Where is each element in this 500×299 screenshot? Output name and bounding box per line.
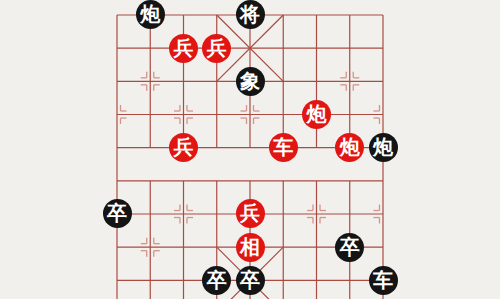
cell-red-pawn-c6: 兵 [167, 131, 200, 164]
cell-black-pawn-d2: 卒 [200, 264, 233, 297]
piece-red-rook-f6[interactable]: 车 [269, 133, 298, 162]
piece-black-elephant-e8[interactable]: 象 [236, 67, 265, 96]
xiangqi-diagram: 炮将兵兵象炮兵车炮炮卒兵相卒卒卒车 [0, 0, 500, 299]
cell-red-cannon-h6: 炮 [333, 131, 366, 164]
piece-red-pawn-c6[interactable]: 兵 [169, 133, 198, 162]
piece-red-pawn-e4[interactable]: 兵 [236, 199, 265, 228]
cell-red-rook-f6: 车 [267, 131, 300, 164]
piece-black-king-e10[interactable]: 将 [236, 0, 265, 29]
piece-black-pawn-d2[interactable]: 卒 [202, 266, 231, 295]
cell-red-pawn-c9: 兵 [167, 32, 200, 65]
cell-red-elephant-e3: 相 [233, 231, 266, 264]
cell-black-pawn-e2: 卒 [233, 264, 266, 297]
piece-black-rook-i2[interactable]: 车 [369, 266, 398, 295]
piece-black-pawn-a4[interactable]: 卒 [103, 199, 132, 228]
piece-red-cannon-h6[interactable]: 炮 [335, 133, 364, 162]
cell-black-elephant-e8: 象 [233, 65, 266, 98]
piece-red-cannon-g7[interactable]: 炮 [302, 100, 331, 129]
cell-black-king-e10: 将 [233, 0, 266, 32]
piece-black-pawn-h3[interactable]: 卒 [335, 233, 364, 262]
piece-black-pawn-e2[interactable]: 卒 [236, 266, 265, 295]
piece-black-cannon-i6[interactable]: 炮 [369, 133, 398, 162]
piece-red-elephant-e3[interactable]: 相 [236, 233, 265, 262]
cell-red-pawn-e4: 兵 [233, 197, 266, 230]
piece-black-cannon-b10[interactable]: 炮 [136, 0, 165, 29]
cell-black-pawn-a4: 卒 [100, 197, 133, 230]
piece-red-pawn-c9[interactable]: 兵 [169, 34, 198, 63]
cell-red-cannon-g7: 炮 [300, 98, 333, 131]
cell-black-cannon-b10: 炮 [134, 0, 167, 32]
cell-black-pawn-h3: 卒 [333, 231, 366, 264]
cell-red-pawn-d9: 兵 [200, 32, 233, 65]
cell-black-cannon-i6: 炮 [366, 131, 399, 164]
cell-black-rook-i2: 车 [366, 264, 399, 297]
piece-red-pawn-d9[interactable]: 兵 [202, 34, 231, 63]
xiangqi-board: 炮将兵兵象炮兵车炮炮卒兵相卒卒卒车 [100, 0, 399, 299]
